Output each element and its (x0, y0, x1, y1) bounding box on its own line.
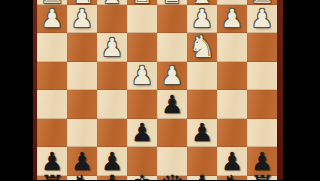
square-e3[interactable] (127, 33, 157, 62)
black-pawn-piece: ♟ (251, 149, 273, 174)
square-h2[interactable]: ♟ (37, 5, 67, 34)
square-a5[interactable] (247, 90, 277, 119)
white-pawn-piece: ♟ (101, 35, 123, 60)
square-a7[interactable]: ♟ (247, 147, 277, 176)
white-pawn-piece: ♟ (221, 6, 243, 31)
square-g4[interactable] (67, 62, 97, 91)
square-c6[interactable]: ♟ (187, 119, 217, 148)
square-e7[interactable] (127, 147, 157, 176)
square-c7[interactable] (187, 147, 217, 176)
black-pawn-piece: ♟ (221, 149, 243, 174)
square-d4[interactable]: ♟ (157, 62, 187, 91)
square-b4[interactable] (217, 62, 247, 91)
square-b2[interactable]: ♟ (217, 5, 247, 34)
square-a2[interactable]: ♟ (247, 5, 277, 34)
square-h6[interactable] (37, 119, 67, 148)
white-pawn-piece: ♟ (161, 63, 183, 88)
black-pawn-piece: ♟ (71, 149, 93, 174)
square-f6[interactable] (97, 119, 127, 148)
black-pawn-piece: ♟ (161, 92, 183, 117)
square-d7[interactable] (157, 147, 187, 176)
square-a4[interactable] (247, 62, 277, 91)
square-d5[interactable]: ♟ (157, 90, 187, 119)
black-pawn-piece: ♟ (191, 120, 213, 145)
white-pawn-piece: ♟ (131, 63, 153, 88)
square-e5[interactable] (127, 90, 157, 119)
square-f4[interactable] (97, 62, 127, 91)
square-f2[interactable] (97, 5, 127, 34)
square-c4[interactable] (187, 62, 217, 91)
square-f7[interactable]: ♟ (97, 147, 127, 176)
square-f8[interactable]: ♝ (97, 176, 127, 181)
square-e4[interactable]: ♟ (127, 62, 157, 91)
square-g6[interactable] (67, 119, 97, 148)
white-pawn-piece: ♟ (251, 6, 273, 31)
square-g5[interactable] (67, 90, 97, 119)
square-c8[interactable]: ♝ (187, 176, 217, 181)
square-h7[interactable]: ♟ (37, 147, 67, 176)
square-h4[interactable] (37, 62, 67, 91)
square-a6[interactable] (247, 119, 277, 148)
square-f3[interactable]: ♟ (97, 33, 127, 62)
square-b8[interactable]: ♞ (217, 176, 247, 181)
chess-board-frame: ♜♞♝♚♛♝♜♟♟♟♟♟♟♞♟♟♟♟♟♟♟♟♟♟♜♞♝♚♛♝♞♜ (33, 0, 283, 180)
square-c3[interactable]: ♞ (187, 33, 217, 62)
black-pawn-piece: ♟ (41, 149, 63, 174)
square-d2[interactable] (157, 5, 187, 34)
square-e2[interactable] (127, 5, 157, 34)
square-f5[interactable] (97, 90, 127, 119)
square-d3[interactable] (157, 33, 187, 62)
square-d8[interactable]: ♛ (157, 176, 187, 181)
square-a8[interactable]: ♜ (247, 176, 277, 181)
square-g2[interactable]: ♟ (67, 5, 97, 34)
square-e6[interactable]: ♟ (127, 119, 157, 148)
white-pawn-piece: ♟ (71, 6, 93, 31)
white-pawn-piece: ♟ (191, 6, 213, 31)
square-h3[interactable] (37, 33, 67, 62)
square-c5[interactable] (187, 90, 217, 119)
black-pawn-piece: ♟ (131, 120, 153, 145)
square-a3[interactable] (247, 33, 277, 62)
square-g7[interactable]: ♟ (67, 147, 97, 176)
square-h8[interactable]: ♜ (37, 176, 67, 181)
square-h5[interactable] (37, 90, 67, 119)
square-b3[interactable] (217, 33, 247, 62)
white-pawn-piece: ♟ (41, 6, 63, 31)
square-g8[interactable]: ♞ (67, 176, 97, 181)
square-c2[interactable]: ♟ (187, 5, 217, 34)
chess-board[interactable]: ♜♞♝♚♛♝♜♟♟♟♟♟♟♞♟♟♟♟♟♟♟♟♟♟♜♞♝♚♛♝♞♜ (37, 0, 277, 180)
square-d6[interactable] (157, 119, 187, 148)
white-knight-piece: ♞ (189, 32, 216, 62)
square-b7[interactable]: ♟ (217, 147, 247, 176)
square-b5[interactable] (217, 90, 247, 119)
square-g3[interactable] (67, 33, 97, 62)
black-pawn-piece: ♟ (101, 149, 123, 174)
letterbox-stage: ♜♞♝♚♛♝♜♟♟♟♟♟♟♞♟♟♟♟♟♟♟♟♟♟♜♞♝♚♛♝♞♜ (0, 0, 320, 180)
square-b6[interactable] (217, 119, 247, 148)
square-e8[interactable]: ♚ (127, 176, 157, 181)
